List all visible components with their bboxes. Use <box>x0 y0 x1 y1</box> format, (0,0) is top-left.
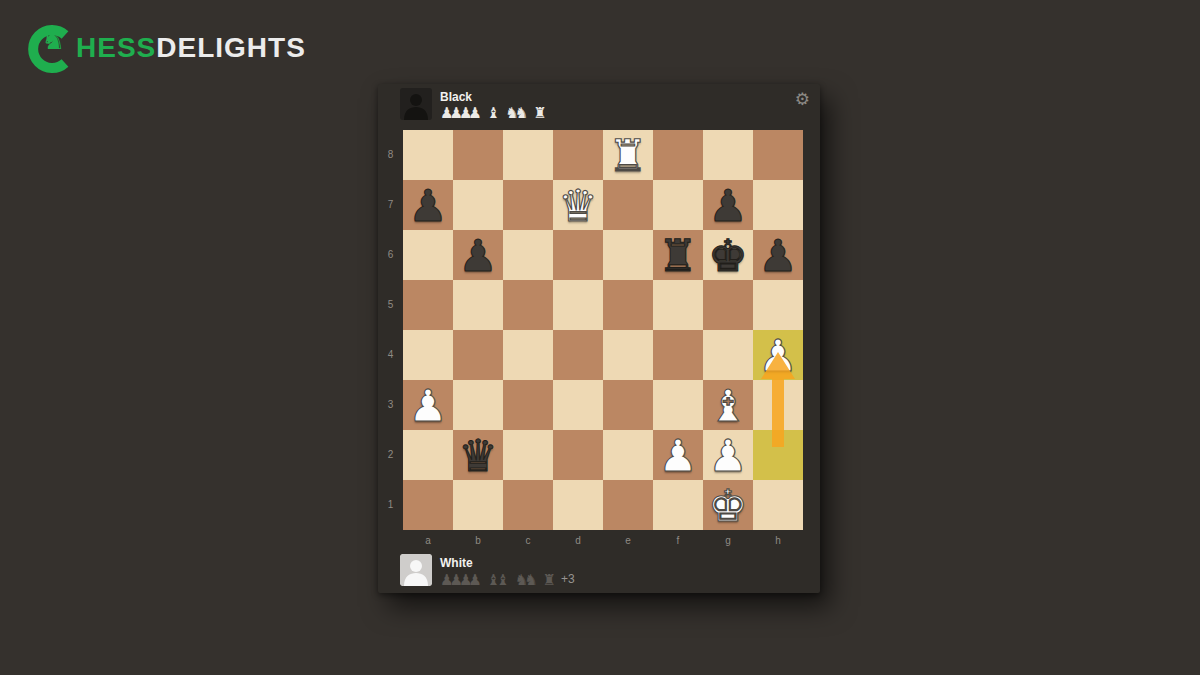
rank-coordinates: 87654321 <box>378 130 403 530</box>
square-d2[interactable] <box>553 430 603 480</box>
black-player-bar: Black ♟♟♟♟♝♞♞♜ ⚙ <box>378 84 820 128</box>
piece-white-bishop-g3[interactable]: ♝ <box>703 380 753 430</box>
captured-group: ♝♝ <box>487 570 506 590</box>
captured-group: ♞♞ <box>505 103 524 123</box>
svg-text:♞: ♞ <box>41 24 65 55</box>
square-h5[interactable] <box>753 280 803 330</box>
square-d4[interactable] <box>553 330 603 380</box>
logo-text-white: DELIGHTS <box>156 32 306 63</box>
white-avatar <box>400 554 432 586</box>
square-c6[interactable] <box>503 230 553 280</box>
square-c2[interactable] <box>503 430 553 480</box>
square-b5[interactable] <box>453 280 503 330</box>
piece-white-pawn-f2[interactable]: ♟ <box>653 430 703 480</box>
piece-white-king-g1[interactable]: ♚ <box>703 480 753 530</box>
square-a8[interactable] <box>403 130 453 180</box>
square-b1[interactable] <box>453 480 503 530</box>
black-player-name: Black <box>440 90 472 104</box>
square-e5[interactable] <box>603 280 653 330</box>
square-h1[interactable] <box>753 480 803 530</box>
square-d3[interactable] <box>553 380 603 430</box>
piece-black-pawn-g7[interactable]: ♟ <box>703 180 753 230</box>
square-h2[interactable] <box>753 430 803 480</box>
file-label-h: h <box>753 534 803 548</box>
file-label-a: a <box>403 534 453 548</box>
square-g8[interactable] <box>703 130 753 180</box>
square-h3[interactable] <box>753 380 803 430</box>
chess-board: ♜♟♛♟♟♜♚♟♟♟♝♛♟♟♚ <box>403 130 803 530</box>
square-c3[interactable] <box>503 380 553 430</box>
piece-black-queen-b2[interactable]: ♛ <box>453 430 503 480</box>
rank-label-2: 2 <box>378 430 403 480</box>
file-label-b: b <box>453 534 503 548</box>
black-captured-pieces: ♟♟♟♟♝♞♞♜ <box>440 103 552 123</box>
rank-label-5: 5 <box>378 280 403 330</box>
square-f4[interactable] <box>653 330 703 380</box>
chessdelights-logo[interactable]: ♞ HESSDELIGHTS <box>24 22 306 74</box>
square-c8[interactable] <box>503 130 553 180</box>
square-a5[interactable] <box>403 280 453 330</box>
rank-label-1: 1 <box>378 480 403 530</box>
captured-group: ♜ <box>533 103 542 123</box>
square-f5[interactable] <box>653 280 703 330</box>
logo-text-green: HESS <box>76 32 156 63</box>
logo-text: HESSDELIGHTS <box>76 32 306 64</box>
captured-group: ♝ <box>487 103 496 123</box>
rank-label-4: 4 <box>378 330 403 380</box>
chess-widget-panel: Black ♟♟♟♟♝♞♞♜ ⚙ 87654321 ♜♟♛♟♟♜♚♟♟♟♝♛♟♟… <box>378 84 820 593</box>
square-h8[interactable] <box>753 130 803 180</box>
white-player-name: White <box>440 556 473 570</box>
rank-label-8: 8 <box>378 130 403 180</box>
square-f8[interactable] <box>653 130 703 180</box>
captured-group: ♟♟♟♟ <box>440 570 478 590</box>
captured-group: ♜ <box>543 570 552 590</box>
square-g4[interactable] <box>703 330 753 380</box>
square-h7[interactable] <box>753 180 803 230</box>
square-e4[interactable] <box>603 330 653 380</box>
file-label-c: c <box>503 534 553 548</box>
file-label-f: f <box>653 534 703 548</box>
square-d6[interactable] <box>553 230 603 280</box>
white-captured-pieces: ♟♟♟♟♝♝♞♞♜+3 <box>440 569 575 589</box>
knight-c-logo-icon: ♞ <box>24 22 74 74</box>
square-b4[interactable] <box>453 330 503 380</box>
file-label-g: g <box>703 534 753 548</box>
piece-white-pawn-g2[interactable]: ♟ <box>703 430 753 480</box>
page: { "game": "chess", "position": { "fen": … <box>0 0 1200 675</box>
piece-white-rook-e8[interactable]: ♜ <box>603 130 653 180</box>
piece-white-pawn-h4[interactable]: ♟ <box>753 330 803 380</box>
material-advantage: +3 <box>561 572 575 586</box>
settings-gear-icon[interactable]: ⚙ <box>795 90 810 110</box>
piece-black-rook-f6[interactable]: ♜ <box>653 230 703 280</box>
piece-black-king-g6[interactable]: ♚ <box>703 230 753 280</box>
square-e3[interactable] <box>603 380 653 430</box>
square-a1[interactable] <box>403 480 453 530</box>
rank-label-3: 3 <box>378 380 403 430</box>
square-g5[interactable] <box>703 280 753 330</box>
square-e1[interactable] <box>603 480 653 530</box>
captured-group: ♞♞ <box>515 570 534 590</box>
square-e2[interactable] <box>603 430 653 480</box>
piece-black-pawn-h6[interactable]: ♟ <box>753 230 803 280</box>
square-b8[interactable] <box>453 130 503 180</box>
square-b7[interactable] <box>453 180 503 230</box>
piece-black-pawn-b6[interactable]: ♟ <box>453 230 503 280</box>
piece-black-pawn-a7[interactable]: ♟ <box>403 180 453 230</box>
square-f3[interactable] <box>653 380 703 430</box>
white-player-bar: White ♟♟♟♟♝♝♞♞♜+3 <box>378 550 820 594</box>
black-avatar <box>400 88 432 120</box>
square-e7[interactable] <box>603 180 653 230</box>
square-a2[interactable] <box>403 430 453 480</box>
square-c1[interactable] <box>503 480 553 530</box>
piece-white-queen-d7[interactable]: ♛ <box>553 180 603 230</box>
square-c7[interactable] <box>503 180 553 230</box>
square-b3[interactable] <box>453 380 503 430</box>
square-c4[interactable] <box>503 330 553 380</box>
file-label-e: e <box>603 534 653 548</box>
square-a6[interactable] <box>403 230 453 280</box>
square-d8[interactable] <box>553 130 603 180</box>
square-a4[interactable] <box>403 330 453 380</box>
square-e6[interactable] <box>603 230 653 280</box>
square-c5[interactable] <box>503 280 553 330</box>
square-d5[interactable] <box>553 280 603 330</box>
captured-group: ♟♟♟♟ <box>440 103 478 123</box>
square-d1[interactable] <box>553 480 603 530</box>
square-f7[interactable] <box>653 180 703 230</box>
piece-white-pawn-a3[interactable]: ♟ <box>403 380 453 430</box>
rank-label-7: 7 <box>378 180 403 230</box>
rank-label-6: 6 <box>378 230 403 280</box>
file-coordinates: abcdefgh <box>403 530 803 546</box>
square-f1[interactable] <box>653 480 703 530</box>
file-label-d: d <box>553 534 603 548</box>
